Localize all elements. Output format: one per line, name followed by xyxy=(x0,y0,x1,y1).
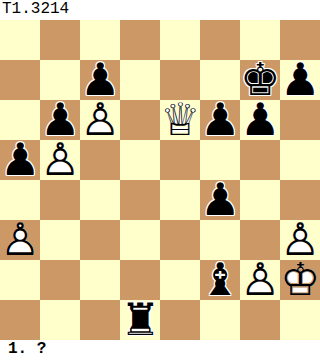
square-a5[interactable]: ♟ xyxy=(0,140,40,180)
white-pawn[interactable]: ♟♙ xyxy=(40,140,80,180)
white-king[interactable]: ♚♔ xyxy=(280,260,320,300)
square-a3[interactable]: ♟♙ xyxy=(0,220,40,260)
white-queen[interactable]: ♛♕ xyxy=(160,100,200,140)
square-g1[interactable] xyxy=(240,300,280,340)
square-e4[interactable] xyxy=(160,180,200,220)
square-c6[interactable]: ♟♙ xyxy=(80,100,120,140)
move-prompt: 1. ? xyxy=(0,340,320,360)
black-rook[interactable]: ♜ xyxy=(120,300,160,340)
square-d5[interactable] xyxy=(120,140,160,180)
square-e5[interactable] xyxy=(160,140,200,180)
black-pawn[interactable]: ♟ xyxy=(200,180,240,220)
square-a8[interactable] xyxy=(0,20,40,60)
square-c1[interactable] xyxy=(80,300,120,340)
white-queen-outline: ♕ xyxy=(160,100,200,140)
square-b3[interactable] xyxy=(40,220,80,260)
black-pawn-glyph: ♟ xyxy=(200,180,240,220)
square-e1[interactable] xyxy=(160,300,200,340)
white-pawn-outline: ♙ xyxy=(240,260,280,300)
square-d7[interactable] xyxy=(120,60,160,100)
square-c4[interactable] xyxy=(80,180,120,220)
square-g6[interactable]: ♟ xyxy=(240,100,280,140)
white-pawn[interactable]: ♟♙ xyxy=(0,220,40,260)
square-c5[interactable] xyxy=(80,140,120,180)
square-e8[interactable] xyxy=(160,20,200,60)
black-pawn[interactable]: ♟ xyxy=(280,60,320,100)
square-b8[interactable] xyxy=(40,20,80,60)
white-king-outline: ♔ xyxy=(280,260,320,300)
black-pawn-glyph: ♟ xyxy=(200,100,240,140)
square-e2[interactable] xyxy=(160,260,200,300)
black-pawn[interactable]: ♟ xyxy=(0,140,40,180)
black-pawn[interactable]: ♟ xyxy=(240,100,280,140)
square-c2[interactable] xyxy=(80,260,120,300)
white-pawn[interactable]: ♟♙ xyxy=(80,100,120,140)
square-h6[interactable] xyxy=(280,100,320,140)
black-bishop[interactable]: ♝ xyxy=(200,260,240,300)
square-d8[interactable] xyxy=(120,20,160,60)
square-b2[interactable] xyxy=(40,260,80,300)
black-pawn-glyph: ♟ xyxy=(0,140,40,180)
square-f6[interactable]: ♟ xyxy=(200,100,240,140)
square-d6[interactable] xyxy=(120,100,160,140)
square-h5[interactable] xyxy=(280,140,320,180)
chess-board: ♟♚♟♟♟♙♛♕♟♟♟♟♙♟♟♙♟♙♝♟♙♚♔♜ xyxy=(0,20,320,340)
white-pawn-outline: ♙ xyxy=(80,100,120,140)
black-rook-glyph: ♜ xyxy=(120,300,160,340)
square-h7[interactable]: ♟ xyxy=(280,60,320,100)
square-b4[interactable] xyxy=(40,180,80,220)
white-pawn-outline: ♙ xyxy=(40,140,80,180)
square-h2[interactable]: ♚♔ xyxy=(280,260,320,300)
square-b1[interactable] xyxy=(40,300,80,340)
square-d3[interactable] xyxy=(120,220,160,260)
black-pawn-glyph: ♟ xyxy=(240,100,280,140)
white-pawn-outline: ♙ xyxy=(0,220,40,260)
square-e6[interactable]: ♛♕ xyxy=(160,100,200,140)
square-a2[interactable] xyxy=(0,260,40,300)
square-d1[interactable]: ♜ xyxy=(120,300,160,340)
black-pawn-glyph: ♟ xyxy=(280,60,320,100)
square-d4[interactable] xyxy=(120,180,160,220)
black-bishop-glyph: ♝ xyxy=(200,260,240,300)
square-f2[interactable]: ♝ xyxy=(200,260,240,300)
black-pawn[interactable]: ♟ xyxy=(200,100,240,140)
puzzle-id: T1.3214 xyxy=(0,0,320,20)
square-c3[interactable] xyxy=(80,220,120,260)
square-f4[interactable]: ♟ xyxy=(200,180,240,220)
square-a7[interactable] xyxy=(0,60,40,100)
square-g5[interactable] xyxy=(240,140,280,180)
square-f1[interactable] xyxy=(200,300,240,340)
square-b5[interactable]: ♟♙ xyxy=(40,140,80,180)
square-e3[interactable] xyxy=(160,220,200,260)
square-f8[interactable] xyxy=(200,20,240,60)
square-g4[interactable] xyxy=(240,180,280,220)
square-a1[interactable] xyxy=(0,300,40,340)
white-pawn[interactable]: ♟♙ xyxy=(240,260,280,300)
square-g2[interactable]: ♟♙ xyxy=(240,260,280,300)
square-h1[interactable] xyxy=(280,300,320,340)
chess-puzzle-window: T1.3214 ♟♚♟♟♟♙♛♕♟♟♟♟♙♟♟♙♟♙♝♟♙♚♔♜ 1. ? xyxy=(0,0,320,360)
